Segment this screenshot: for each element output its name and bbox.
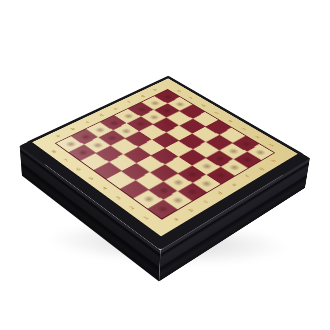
coord-file-h-near: h	[270, 159, 277, 163]
white-rook-icon: ♜	[139, 163, 188, 212]
coord-rank-1-left: 1	[143, 216, 150, 221]
coord-rank-4-left: 4	[101, 186, 108, 191]
coord-file-d-near: d	[216, 190, 223, 195]
scene: ♜♞♝♛♚♝♞♜♟♟♟♟♟♟♟♟♟♟♟♟♟♟♟♟♜♞♝♛♚♝♞♜ aabbccd…	[0, 0, 330, 330]
coord-rank-5-left: 5	[88, 176, 95, 180]
chess-set: ♜♞♝♛♚♝♞♜♟♟♟♟♟♟♟♟♟♟♟♟♟♟♟♟♜♞♝♛♚♝♞♜ aabbccd…	[27, 76, 304, 241]
coord-rank-7-left: 7	[63, 158, 70, 162]
coord-file-a-near: a	[172, 217, 179, 222]
coord-rank-6-left: 6	[75, 167, 82, 171]
coord-rank-3-left: 3	[115, 196, 122, 201]
coord-file-g-near: g	[257, 166, 264, 170]
coord-file-f-near: f	[244, 174, 251, 178]
board-face: ♜♞♝♛♚♝♞♜♟♟♟♟♟♟♟♟♟♟♟♟♟♟♟♟♜♞♝♛♚♝♞♜ aabbccd…	[27, 76, 304, 241]
chess-set-product-photo: ♜♞♝♛♚♝♞♜♟♟♟♟♟♟♟♟♟♟♟♟♟♟♟♟♜♞♝♛♚♝♞♜ aabbccd…	[0, 0, 330, 330]
coord-file-b-near: b	[187, 208, 194, 213]
black-pawn-icon: ♟	[60, 119, 105, 155]
coord-rank-8-left: 8	[51, 149, 58, 153]
coord-rank-2-left: 2	[128, 206, 135, 211]
coord-rank-6-right: 6	[201, 104, 207, 108]
coord-file-e-near: e	[230, 182, 237, 186]
coord-file-c-near: c	[202, 199, 209, 204]
